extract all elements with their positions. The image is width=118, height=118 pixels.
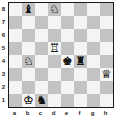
square-h8[interactable]	[100, 3, 113, 16]
square-g6[interactable]	[87, 29, 100, 42]
black-rook-f4[interactable]: ♜	[74, 55, 87, 68]
file-label-d: d	[47, 109, 60, 117]
square-c6[interactable]	[35, 29, 48, 42]
square-e8[interactable]	[61, 3, 74, 16]
square-d3[interactable]	[48, 68, 61, 81]
rank-label-8: 8	[0, 2, 7, 15]
white-king-b1[interactable]: ♔	[22, 94, 35, 107]
white-rook-d5[interactable]: ♖	[48, 42, 61, 55]
square-f8[interactable]	[74, 3, 87, 16]
file-labels: abcdefgh	[8, 109, 112, 117]
square-g7[interactable]	[87, 16, 100, 29]
square-f7[interactable]	[74, 16, 87, 29]
square-g5[interactable]	[87, 42, 100, 55]
square-c3[interactable]	[35, 68, 48, 81]
square-f6[interactable]	[74, 29, 87, 42]
rank-label-6: 6	[0, 28, 7, 41]
square-a2[interactable]	[9, 81, 22, 94]
square-f4[interactable]: ♜	[74, 55, 87, 68]
square-f3[interactable]	[74, 68, 87, 81]
square-g3[interactable]	[87, 68, 100, 81]
square-f2[interactable]	[74, 81, 87, 94]
square-h7[interactable]	[100, 16, 113, 29]
square-b6[interactable]	[22, 29, 35, 42]
square-d8[interactable]: ♘	[48, 3, 61, 16]
square-a6[interactable]	[9, 29, 22, 42]
square-h6[interactable]	[100, 29, 113, 42]
rank-label-2: 2	[0, 80, 7, 93]
square-e7[interactable]	[61, 16, 74, 29]
rank-label-1: 1	[0, 93, 7, 106]
rank-labels: 87654321	[0, 2, 7, 108]
square-c1[interactable]: ♞	[35, 94, 48, 107]
square-a7[interactable]	[9, 16, 22, 29]
file-label-g: g	[86, 109, 99, 117]
square-e2[interactable]	[61, 81, 74, 94]
chess-board[interactable]: ♝♘♖♘♚♜♕♔♞	[8, 2, 114, 108]
square-e6[interactable]	[61, 29, 74, 42]
square-a1[interactable]	[9, 94, 22, 107]
file-label-f: f	[73, 109, 86, 117]
square-b8[interactable]: ♝	[22, 3, 35, 16]
square-b3[interactable]	[22, 68, 35, 81]
white-knight-b4[interactable]: ♘	[22, 55, 35, 68]
square-a5[interactable]	[9, 42, 22, 55]
file-label-b: b	[21, 109, 34, 117]
rank-label-4: 4	[0, 54, 7, 67]
square-g8[interactable]	[87, 3, 100, 16]
file-label-e: e	[60, 109, 73, 117]
square-b1[interactable]: ♔	[22, 94, 35, 107]
file-label-c: c	[34, 109, 47, 117]
square-c4[interactable]	[35, 55, 48, 68]
square-b4[interactable]: ♘	[22, 55, 35, 68]
rank-label-5: 5	[0, 41, 7, 54]
square-d7[interactable]	[48, 16, 61, 29]
square-h1[interactable]	[100, 94, 113, 107]
square-g2[interactable]	[87, 81, 100, 94]
square-a4[interactable]	[9, 55, 22, 68]
square-h5[interactable]	[100, 42, 113, 55]
square-g4[interactable]	[87, 55, 100, 68]
white-queen-h3[interactable]: ♕	[100, 68, 113, 81]
square-e3[interactable]	[61, 68, 74, 81]
rank-label-3: 3	[0, 67, 7, 80]
file-label-a: a	[8, 109, 21, 117]
square-f1[interactable]	[74, 94, 87, 107]
white-knight-d8[interactable]: ♘	[48, 3, 61, 16]
rank-label-7: 7	[0, 15, 7, 28]
square-h2[interactable]	[100, 81, 113, 94]
square-h3[interactable]: ♕	[100, 68, 113, 81]
square-b7[interactable]	[22, 16, 35, 29]
chess-diagram: 87654321 ♝♘♖♘♚♜♕♔♞ abcdefgh	[0, 0, 118, 118]
square-d4[interactable]	[48, 55, 61, 68]
square-c8[interactable]	[35, 3, 48, 16]
square-a3[interactable]	[9, 68, 22, 81]
file-label-h: h	[99, 109, 112, 117]
square-d2[interactable]	[48, 81, 61, 94]
square-e1[interactable]	[61, 94, 74, 107]
square-d1[interactable]	[48, 94, 61, 107]
square-d5[interactable]: ♖	[48, 42, 61, 55]
square-c7[interactable]	[35, 16, 48, 29]
square-e4[interactable]: ♚	[61, 55, 74, 68]
square-c5[interactable]	[35, 42, 48, 55]
square-g1[interactable]	[87, 94, 100, 107]
square-a8[interactable]	[9, 3, 22, 16]
black-king-e4[interactable]: ♚	[61, 55, 74, 68]
black-bishop-b8[interactable]: ♝	[22, 3, 35, 16]
black-knight-c1[interactable]: ♞	[35, 94, 48, 107]
